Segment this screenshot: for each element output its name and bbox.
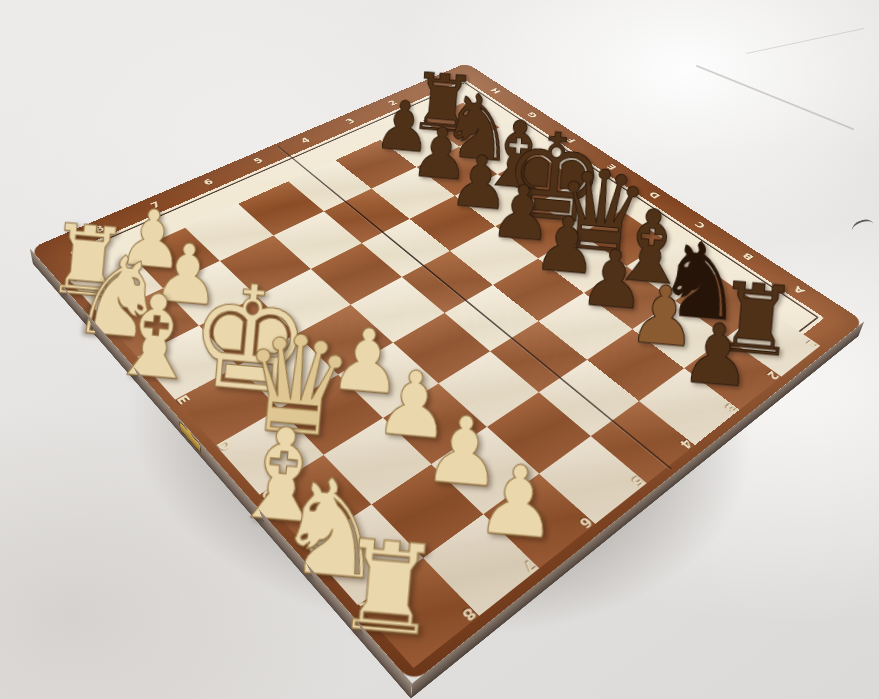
file-label-top-H: H [486,85,505,96]
rank-label-left-1: 1 [424,80,443,90]
board-surface: ♜♞♝♚♛♝♞♜♟♟♟♟♟♟♟♟♟♟♟♟♟♟♚♛♜♞♝♝♞♜ HH11GG22F… [30,63,864,684]
rank-label-left-4: 4 [295,134,316,146]
rank-label-left-2: 2 [383,97,403,108]
chess-board: ♜♞♝♚♛♝♞♜♟♟♟♟♟♟♟♟♟♟♟♟♟♟♚♛♜♞♝♝♞♜ HH11GG22F… [30,63,864,684]
rank-label-left-3: 3 [340,115,360,127]
rank-label-left-5: 5 [248,154,269,167]
squares-grid: ♜♞♝♚♛♝♞♜♟♟♟♟♟♟♟♟♟♟♟♟♟♟♚♛♜♞♝♝♞♜ [121,103,773,572]
frame-strip: ♜♞♝♚♛♝♞♜♟♟♟♟♟♟♟♟♟♟♟♟♟♟♚♛♜♞♝♝♞♜ [70,80,825,633]
rank-label-left-6: 6 [198,175,220,188]
